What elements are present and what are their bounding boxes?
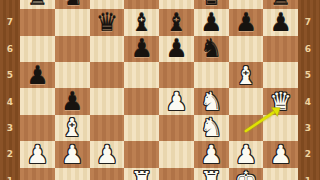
rank-label-right-3: 3 [301, 122, 315, 134]
square-b1[interactable] [55, 168, 90, 180]
rank-label-left-1: 1 [3, 175, 17, 180]
white-pawn-e4[interactable]: ♟ [159, 88, 194, 114]
square-a4[interactable] [20, 88, 55, 114]
square-e2[interactable] [159, 141, 194, 167]
square-e5[interactable] [159, 62, 194, 88]
white-pawn-g2[interactable]: ♟ [229, 141, 264, 167]
black-pawn-e6[interactable]: ♟ [159, 36, 194, 62]
square-a1[interactable] [20, 168, 55, 180]
square-c6[interactable] [90, 36, 125, 62]
white-bishop-b3[interactable]: ♝ [55, 115, 90, 141]
square-h6[interactable] [263, 36, 298, 62]
white-pawn-a2[interactable]: ♟ [20, 141, 55, 167]
square-d3[interactable] [124, 115, 159, 141]
square-g3[interactable] [229, 115, 264, 141]
black-pawn-h7[interactable]: ♟ [263, 9, 298, 35]
black-pawn-g7[interactable]: ♟ [229, 9, 264, 35]
rank-label-left-2: 2 [3, 148, 17, 160]
square-b7[interactable] [55, 9, 90, 35]
white-knight-f3[interactable]: ♞ [194, 115, 229, 141]
black-queen-c7[interactable]: ♛ [90, 9, 125, 35]
square-d2[interactable] [124, 141, 159, 167]
rank-label-right-2: 2 [301, 148, 315, 160]
square-f5[interactable] [194, 62, 229, 88]
white-bishop-g5[interactable]: ♝ [229, 62, 264, 88]
square-d4[interactable] [124, 88, 159, 114]
square-a3[interactable] [20, 115, 55, 141]
square-e1[interactable] [159, 168, 194, 180]
rank-label-right-1: 1 [301, 175, 315, 180]
white-pawn-h2[interactable]: ♟ [263, 141, 298, 167]
white-rook-d1[interactable]: ♜ [124, 168, 159, 180]
rank-label-left-6: 6 [3, 43, 17, 55]
black-pawn-a5[interactable]: ♟ [20, 62, 55, 88]
square-c4[interactable] [90, 88, 125, 114]
black-knight-f6[interactable]: ♞ [194, 36, 229, 62]
square-c5[interactable] [90, 62, 125, 88]
rank-label-right-8: 8 [301, 0, 315, 2]
square-h1[interactable] [263, 168, 298, 180]
chess-board-screenshot: 1122334455667788♜♞♚♜♛♝♝♟♟♟♟♟♞♟♝♟♟♞♛♝♞♟♟♟… [0, 0, 320, 180]
white-queen-h4[interactable]: ♛ [263, 88, 298, 114]
black-pawn-b4[interactable]: ♟ [55, 88, 90, 114]
square-b5[interactable] [55, 62, 90, 88]
rank-label-right-7: 7 [301, 16, 315, 28]
black-bishop-d7[interactable]: ♝ [124, 9, 159, 35]
white-pawn-f2[interactable]: ♟ [194, 141, 229, 167]
white-knight-f4[interactable]: ♞ [194, 88, 229, 114]
rank-label-left-8: 8 [3, 0, 17, 2]
white-pawn-b2[interactable]: ♟ [55, 141, 90, 167]
square-c3[interactable] [90, 115, 125, 141]
square-a7[interactable] [20, 9, 55, 35]
square-e3[interactable] [159, 115, 194, 141]
white-king-g1[interactable]: ♚ [229, 168, 264, 180]
square-g6[interactable] [229, 36, 264, 62]
square-a6[interactable] [20, 36, 55, 62]
rank-label-right-6: 6 [301, 43, 315, 55]
white-rook-f1[interactable]: ♜ [194, 168, 229, 180]
rank-label-left-7: 7 [3, 16, 17, 28]
black-pawn-f7[interactable]: ♟ [194, 9, 229, 35]
rank-label-left-5: 5 [3, 69, 17, 81]
rank-label-left-4: 4 [3, 96, 17, 108]
square-g4[interactable] [229, 88, 264, 114]
square-b6[interactable] [55, 36, 90, 62]
black-rook-a8[interactable]: ♜ [20, 0, 55, 9]
black-knight-b8[interactable]: ♞ [55, 0, 90, 9]
square-c1[interactable] [90, 168, 125, 180]
rank-label-left-3: 3 [3, 122, 17, 134]
black-bishop-e7[interactable]: ♝ [159, 9, 194, 35]
square-d5[interactable] [124, 62, 159, 88]
black-pawn-d6[interactable]: ♟ [124, 36, 159, 62]
rank-label-right-4: 4 [301, 96, 315, 108]
rank-label-right-5: 5 [301, 69, 315, 81]
white-pawn-c2[interactable]: ♟ [90, 141, 125, 167]
square-h5[interactable] [263, 62, 298, 88]
square-h3[interactable] [263, 115, 298, 141]
